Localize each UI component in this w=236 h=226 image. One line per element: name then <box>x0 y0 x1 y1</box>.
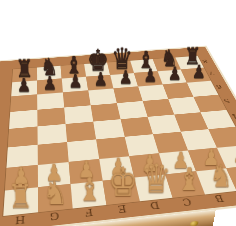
board-frame: ♜♞♝♚♛♝♞♜♟♟♟♟♟♟♟♟♟♟♟♟♟♟♟♟♜♞♝♚♛♝♞♜ HGFEDCB… <box>0 46 236 226</box>
square-e4 <box>93 119 124 139</box>
piece-black-pawn: ♟ <box>143 67 157 85</box>
square-c6 <box>138 85 168 101</box>
brass-hinge-icon <box>190 221 199 226</box>
square-e5 <box>91 103 121 121</box>
piece-white-bishop: ♝ <box>77 174 102 206</box>
square-h1: ♜ <box>3 187 38 216</box>
piece-white-knight: ♞ <box>209 161 234 192</box>
square-g7: ♟ <box>37 79 63 95</box>
piece-white-king: ♚ <box>108 163 139 203</box>
file-label-b: B <box>200 189 236 206</box>
square-h5 <box>9 110 37 129</box>
chess-board: ♜♞♝♚♛♝♞♜♟♟♟♟♟♟♟♟♟♟♟♟♟♟♟♟♜♞♝♚♛♝♞♜ HGFEDCB… <box>0 46 236 226</box>
piece-white-bishop: ♝ <box>177 164 202 196</box>
piece-black-pawn: ♟ <box>17 76 32 95</box>
piece-white-rook: ♜ <box>7 181 33 214</box>
square-f5 <box>64 105 93 124</box>
square-d1: ♛ <box>134 174 172 201</box>
square-g1: ♞ <box>38 184 73 212</box>
square-c5 <box>143 99 175 117</box>
square-f1: ♝ <box>71 181 107 209</box>
piece-black-pawn: ♟ <box>168 65 182 83</box>
square-e6 <box>88 88 117 105</box>
photo-background: ♜♞♝♚♛♝♞♜♟♟♟♟♟♟♟♟♟♟♟♟♟♟♟♟♜♞♝♚♛♝♞♜ HGFEDCB… <box>0 0 236 226</box>
piece-white-knight: ♞ <box>42 177 67 209</box>
square-h6 <box>10 94 37 112</box>
square-e1: ♚ <box>103 178 140 205</box>
piece-black-pawn: ♟ <box>68 72 82 91</box>
board-squares: ♜♞♝♚♛♝♞♜♟♟♟♟♟♟♟♟♟♟♟♟♟♟♟♟♜♞♝♚♛♝♞♜ <box>3 56 236 216</box>
piece-black-pawn: ♟ <box>119 68 133 87</box>
square-b4 <box>174 112 208 131</box>
piece-white-queen: ♛ <box>141 159 172 198</box>
piece-black-pawn: ♟ <box>43 74 57 93</box>
square-b1: ♞ <box>196 168 236 194</box>
square-d7: ♟ <box>110 73 138 88</box>
piece-black-pawn: ♟ <box>94 70 108 89</box>
